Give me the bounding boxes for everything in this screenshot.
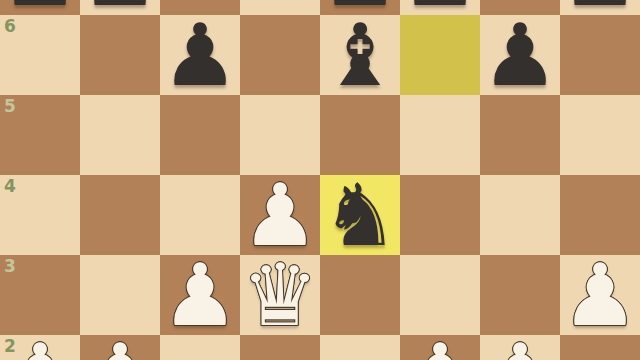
square-f5[interactable] [400,95,480,175]
square-f7[interactable]: ♟ [400,0,480,15]
rank-label-5: 5 [4,96,16,116]
square-d3[interactable]: ♛ [240,255,320,335]
piece-white-pawn[interactable]: ♟ [80,335,160,360]
square-a4[interactable]: 4 [0,175,80,255]
piece-white-pawn[interactable]: ♟ [240,175,320,255]
square-d2[interactable] [240,335,320,360]
square-b5[interactable] [80,95,160,175]
square-h6[interactable] [560,15,640,95]
square-a7[interactable]: ♟ [0,0,80,15]
piece-black-pawn[interactable]: ♟ [560,0,640,15]
square-a3[interactable]: 3 [0,255,80,335]
square-h3[interactable]: ♟ [560,255,640,335]
chess-board-viewport: ♟♟♟♟♟6♟♝♟54♟♞3♟♛♟2♟♟♟♟ [0,0,640,360]
square-d6[interactable] [240,15,320,95]
square-b4[interactable] [80,175,160,255]
square-e3[interactable] [320,255,400,335]
square-g2[interactable]: ♟ [480,335,560,360]
square-d4[interactable]: ♟ [240,175,320,255]
square-a6[interactable]: 6 [0,15,80,95]
square-g4[interactable] [480,175,560,255]
square-c3[interactable]: ♟ [160,255,240,335]
square-c2[interactable] [160,335,240,360]
piece-black-pawn[interactable]: ♟ [480,15,560,95]
square-f4[interactable] [400,175,480,255]
piece-white-pawn[interactable]: ♟ [0,335,80,360]
square-c6[interactable]: ♟ [160,15,240,95]
piece-white-pawn[interactable]: ♟ [560,255,640,335]
square-b7[interactable]: ♟ [80,0,160,15]
square-h2[interactable] [560,335,640,360]
piece-black-bishop[interactable]: ♝ [320,15,400,95]
chess-board: ♟♟♟♟♟6♟♝♟54♟♞3♟♛♟2♟♟♟♟ [0,0,640,360]
rank-label-4: 4 [4,176,16,196]
piece-black-pawn[interactable]: ♟ [160,15,240,95]
square-c4[interactable] [160,175,240,255]
square-h4[interactable] [560,175,640,255]
square-d7[interactable] [240,0,320,15]
square-b2[interactable]: ♟ [80,335,160,360]
square-g5[interactable] [480,95,560,175]
square-e2[interactable] [320,335,400,360]
square-e5[interactable] [320,95,400,175]
square-a2[interactable]: 2♟ [0,335,80,360]
square-e6[interactable]: ♝ [320,15,400,95]
piece-black-knight[interactable]: ♞ [320,175,400,255]
piece-white-pawn[interactable]: ♟ [160,255,240,335]
piece-black-pawn[interactable]: ♟ [400,0,480,15]
square-f6[interactable] [400,15,480,95]
rank-label-6: 6 [4,16,16,36]
square-h7[interactable]: ♟ [560,0,640,15]
square-f3[interactable] [400,255,480,335]
square-g3[interactable] [480,255,560,335]
square-h5[interactable] [560,95,640,175]
square-b6[interactable] [80,15,160,95]
piece-white-pawn[interactable]: ♟ [400,335,480,360]
rank-label-3: 3 [4,256,16,276]
square-b3[interactable] [80,255,160,335]
square-d5[interactable] [240,95,320,175]
piece-white-queen[interactable]: ♛ [240,255,320,335]
piece-black-pawn[interactable]: ♟ [80,0,160,15]
square-a5[interactable]: 5 [0,95,80,175]
square-g6[interactable]: ♟ [480,15,560,95]
piece-white-pawn[interactable]: ♟ [480,335,560,360]
square-f2[interactable]: ♟ [400,335,480,360]
square-e4[interactable]: ♞ [320,175,400,255]
square-c5[interactable] [160,95,240,175]
piece-black-pawn[interactable]: ♟ [0,0,80,15]
